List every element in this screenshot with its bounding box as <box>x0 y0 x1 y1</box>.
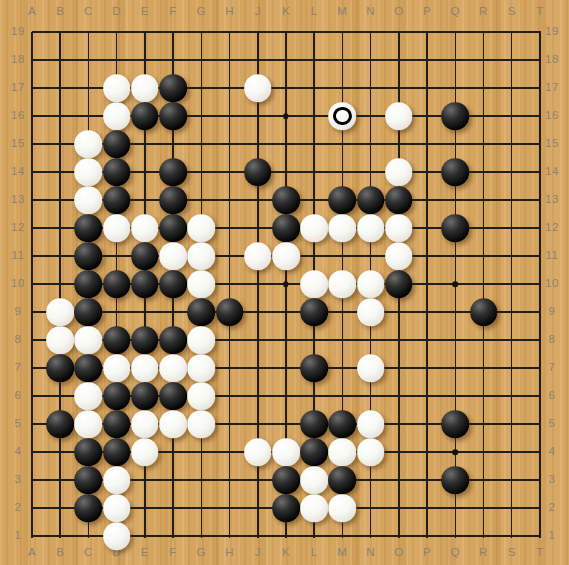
black-stone[interactable] <box>442 214 470 242</box>
coordinate-label: 5 <box>15 418 22 430</box>
coordinate-label: 10 <box>545 278 559 290</box>
black-stone[interactable] <box>272 186 300 214</box>
white-stone[interactable] <box>103 102 131 130</box>
white-stone[interactable] <box>385 102 413 130</box>
white-stone[interactable] <box>385 158 413 186</box>
coordinate-label: A <box>28 547 36 559</box>
black-stone[interactable] <box>75 298 103 326</box>
coordinate-label: 14 <box>545 166 559 178</box>
coordinate-label: 8 <box>15 334 22 346</box>
white-stone[interactable] <box>75 186 103 214</box>
white-stone[interactable] <box>300 270 328 298</box>
coordinate-label: H <box>225 6 234 18</box>
black-stone[interactable] <box>75 214 103 242</box>
grid-line <box>59 32 61 538</box>
coordinate-label: J <box>255 547 261 559</box>
black-stone[interactable] <box>357 186 385 214</box>
coordinate-label: 12 <box>545 222 559 234</box>
white-stone[interactable] <box>103 74 131 102</box>
black-stone[interactable] <box>385 270 413 298</box>
star-point <box>453 449 459 455</box>
black-stone[interactable] <box>159 326 187 354</box>
white-stone[interactable] <box>159 242 187 270</box>
coordinate-label: 7 <box>15 362 22 374</box>
white-stone[interactable] <box>357 298 385 326</box>
white-stone[interactable] <box>244 438 272 466</box>
black-stone[interactable] <box>103 326 131 354</box>
white-stone[interactable] <box>159 410 187 438</box>
white-stone[interactable] <box>329 102 357 130</box>
grid-line <box>31 32 33 538</box>
coordinate-label: C <box>84 547 93 559</box>
black-stone[interactable] <box>442 158 470 186</box>
coordinate-label: 7 <box>549 362 556 374</box>
white-stone[interactable] <box>131 214 159 242</box>
black-stone[interactable] <box>131 270 159 298</box>
white-stone[interactable] <box>103 522 131 550</box>
white-stone[interactable] <box>131 354 159 382</box>
coordinate-label: 19 <box>11 26 25 38</box>
black-stone[interactable] <box>159 186 187 214</box>
coordinate-label: 6 <box>15 390 22 402</box>
white-stone[interactable] <box>131 74 159 102</box>
black-stone[interactable] <box>131 102 159 130</box>
coordinate-label: R <box>479 6 488 18</box>
black-stone[interactable] <box>159 270 187 298</box>
coordinate-label: 3 <box>15 474 22 486</box>
white-stone[interactable] <box>272 438 300 466</box>
black-stone[interactable] <box>385 186 413 214</box>
coordinate-label: Q <box>451 6 460 18</box>
grid-line <box>539 32 541 538</box>
coordinate-label: C <box>84 6 93 18</box>
coordinate-label: S <box>508 6 516 18</box>
coordinate-label: 11 <box>546 250 559 262</box>
coordinate-label: 15 <box>545 138 559 150</box>
star-point <box>283 281 289 287</box>
white-stone[interactable] <box>159 354 187 382</box>
coordinate-label: 13 <box>545 194 559 206</box>
coordinate-label: 9 <box>15 306 22 318</box>
coordinate-label: S <box>508 547 516 559</box>
coordinate-label: E <box>141 547 149 559</box>
coordinate-label: N <box>366 6 375 18</box>
coordinate-label: L <box>311 6 318 18</box>
black-stone[interactable] <box>75 242 103 270</box>
coordinate-label: J <box>255 6 261 18</box>
coordinate-label: 6 <box>549 390 556 402</box>
coordinate-label: O <box>394 6 403 18</box>
coordinate-label: E <box>141 6 149 18</box>
black-stone[interactable] <box>272 214 300 242</box>
coordinate-label: T <box>536 547 544 559</box>
white-stone[interactable] <box>357 214 385 242</box>
white-stone[interactable] <box>188 382 216 410</box>
black-stone[interactable] <box>103 158 131 186</box>
coordinate-label: 2 <box>15 502 22 514</box>
black-stone[interactable] <box>329 466 357 494</box>
coordinate-label: 18 <box>545 54 559 66</box>
black-stone[interactable] <box>103 382 131 410</box>
black-stone[interactable] <box>131 326 159 354</box>
white-stone[interactable] <box>329 270 357 298</box>
black-stone[interactable] <box>103 186 131 214</box>
white-stone[interactable] <box>357 438 385 466</box>
black-stone[interactable] <box>159 158 187 186</box>
black-stone[interactable] <box>131 382 159 410</box>
white-stone[interactable] <box>46 326 74 354</box>
white-stone[interactable] <box>385 242 413 270</box>
black-stone[interactable] <box>329 186 357 214</box>
white-stone[interactable] <box>103 494 131 522</box>
grid-line <box>32 311 541 313</box>
white-stone[interactable] <box>75 382 103 410</box>
coordinate-label: 2 <box>549 502 556 514</box>
white-stone[interactable] <box>188 242 216 270</box>
black-stone[interactable] <box>272 494 300 522</box>
black-stone[interactable] <box>103 270 131 298</box>
coordinate-label: 15 <box>11 138 25 150</box>
coordinate-label: 17 <box>545 82 559 94</box>
coordinate-label: 16 <box>11 110 25 122</box>
black-stone[interactable] <box>216 298 244 326</box>
black-stone[interactable] <box>75 438 103 466</box>
go-board[interactable]: AABBCCDDEEFFGGHHJJKKLLMMNNOOPPQQRRSSTT19… <box>0 0 569 565</box>
black-stone[interactable] <box>329 410 357 438</box>
white-stone[interactable] <box>188 410 216 438</box>
black-stone[interactable] <box>75 354 103 382</box>
coordinate-label: 5 <box>549 418 556 430</box>
white-stone[interactable] <box>300 214 328 242</box>
white-stone[interactable] <box>357 410 385 438</box>
star-point <box>453 281 459 287</box>
coordinate-label: L <box>311 547 318 559</box>
white-stone[interactable] <box>103 214 131 242</box>
coordinate-label: G <box>197 547 206 559</box>
white-stone[interactable] <box>131 438 159 466</box>
black-stone[interactable] <box>272 466 300 494</box>
black-stone[interactable] <box>75 270 103 298</box>
white-stone[interactable] <box>300 466 328 494</box>
white-stone[interactable] <box>131 410 159 438</box>
black-stone[interactable] <box>442 102 470 130</box>
white-stone[interactable] <box>46 298 74 326</box>
black-stone[interactable] <box>442 410 470 438</box>
white-stone[interactable] <box>300 494 328 522</box>
coordinate-label: 4 <box>15 446 22 458</box>
coordinate-label: H <box>225 547 234 559</box>
black-stone[interactable] <box>244 158 272 186</box>
white-stone[interactable] <box>75 130 103 158</box>
black-stone[interactable] <box>75 494 103 522</box>
coordinate-label: M <box>337 6 347 18</box>
black-stone[interactable] <box>470 298 498 326</box>
last-move-marker <box>333 107 352 126</box>
white-stone[interactable] <box>188 354 216 382</box>
coordinate-label: F <box>169 547 177 559</box>
grid-line <box>32 59 541 61</box>
black-stone[interactable] <box>103 438 131 466</box>
black-stone[interactable] <box>46 354 74 382</box>
black-stone[interactable] <box>188 298 216 326</box>
coordinate-label: B <box>56 547 64 559</box>
coordinate-label: Q <box>451 547 460 559</box>
coordinate-label: 3 <box>549 474 556 486</box>
coordinate-label: 9 <box>549 306 556 318</box>
black-stone[interactable] <box>442 466 470 494</box>
white-stone[interactable] <box>329 494 357 522</box>
coordinate-label: 1 <box>15 530 22 542</box>
black-stone[interactable] <box>300 410 328 438</box>
coordinate-label: 12 <box>11 222 25 234</box>
coordinate-label: N <box>366 547 375 559</box>
coordinate-label: 19 <box>545 26 559 38</box>
black-stone[interactable] <box>159 214 187 242</box>
coordinate-label: 8 <box>549 334 556 346</box>
coordinate-label: 4 <box>549 446 556 458</box>
coordinate-label: 17 <box>11 82 25 94</box>
coordinate-label: R <box>479 547 488 559</box>
white-stone[interactable] <box>357 270 385 298</box>
white-stone[interactable] <box>75 326 103 354</box>
coordinate-label: P <box>423 547 431 559</box>
white-stone[interactable] <box>75 158 103 186</box>
grid-line <box>32 31 541 33</box>
coordinate-label: D <box>112 6 121 18</box>
grid-line <box>511 32 513 538</box>
white-stone[interactable] <box>188 326 216 354</box>
black-stone[interactable] <box>159 102 187 130</box>
white-stone[interactable] <box>188 214 216 242</box>
coordinate-label: K <box>282 6 290 18</box>
black-stone[interactable] <box>103 410 131 438</box>
white-stone[interactable] <box>357 354 385 382</box>
coordinate-label: K <box>282 547 290 559</box>
white-stone[interactable] <box>272 242 300 270</box>
coordinate-label: B <box>56 6 64 18</box>
coordinate-label: 10 <box>11 278 25 290</box>
grid-line <box>483 32 485 538</box>
white-stone[interactable] <box>244 74 272 102</box>
coordinate-label: 1 <box>549 530 556 542</box>
coordinate-label: F <box>169 6 177 18</box>
black-stone[interactable] <box>300 438 328 466</box>
coordinate-label: 11 <box>12 250 25 262</box>
white-stone[interactable] <box>103 354 131 382</box>
coordinate-label: 14 <box>11 166 25 178</box>
white-stone[interactable] <box>329 214 357 242</box>
coordinate-label: 18 <box>11 54 25 66</box>
coordinate-label: T <box>536 6 544 18</box>
white-stone[interactable] <box>188 270 216 298</box>
coordinate-label: P <box>423 6 431 18</box>
black-stone[interactable] <box>103 130 131 158</box>
black-stone[interactable] <box>75 466 103 494</box>
white-stone[interactable] <box>103 466 131 494</box>
black-stone[interactable] <box>46 410 74 438</box>
black-stone[interactable] <box>131 242 159 270</box>
black-stone[interactable] <box>159 382 187 410</box>
white-stone[interactable] <box>329 438 357 466</box>
coordinate-label: M <box>337 547 347 559</box>
coordinate-label: G <box>197 6 206 18</box>
coordinate-label: O <box>394 547 403 559</box>
white-stone[interactable] <box>75 410 103 438</box>
white-stone[interactable] <box>244 242 272 270</box>
coordinate-label: A <box>28 6 36 18</box>
coordinate-label: 16 <box>545 110 559 122</box>
grid-line <box>426 32 428 538</box>
black-stone[interactable] <box>300 298 328 326</box>
coordinate-label: 13 <box>11 194 25 206</box>
black-stone[interactable] <box>300 354 328 382</box>
white-stone[interactable] <box>385 214 413 242</box>
grid-line <box>229 32 231 538</box>
star-point <box>283 113 289 119</box>
black-stone[interactable] <box>159 74 187 102</box>
